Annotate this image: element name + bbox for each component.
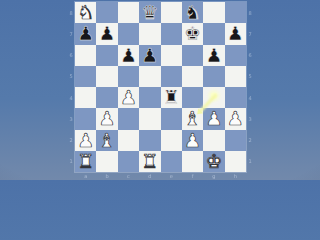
white-pawn-a2[interactable]: ♟	[77, 130, 94, 149]
file-label-f: f	[182, 172, 203, 180]
white-bishop-b2[interactable]: ♝	[99, 130, 116, 149]
black-pawn-d6[interactable]: ♟	[141, 45, 158, 64]
square-b8[interactable]	[96, 2, 117, 23]
rank-label-7: 7	[68, 23, 74, 44]
square-e6[interactable]	[161, 45, 182, 66]
square-c7[interactable]	[118, 23, 139, 44]
square-e2[interactable]	[161, 130, 182, 151]
square-f7[interactable]: ♚	[182, 23, 203, 44]
square-h6[interactable]	[225, 45, 246, 66]
rank-label-6: 6	[247, 45, 253, 66]
square-f5[interactable]	[182, 66, 203, 87]
rank-label-3: 3	[68, 108, 74, 129]
rank-label-3: 3	[247, 108, 253, 129]
square-f6[interactable]	[182, 45, 203, 66]
rank-label-8: 8	[247, 2, 253, 23]
rank-labels-left: 87654321	[68, 2, 74, 172]
rank-label-2: 2	[68, 130, 74, 151]
black-pawn-g6[interactable]: ♟	[205, 45, 222, 64]
white-pawn-c4[interactable]: ♟	[120, 88, 137, 107]
white-pawn-g3[interactable]: ♟	[205, 109, 222, 128]
white-bishop-f3[interactable]: ♝	[184, 109, 201, 128]
file-label-d: d	[139, 172, 160, 180]
black-queen-d8[interactable]: ♛	[141, 3, 158, 22]
square-h8[interactable]	[225, 2, 246, 23]
black-pawn-b7[interactable]: ♟	[99, 24, 116, 43]
rank-label-7: 7	[247, 23, 253, 44]
white-rook-d1[interactable]: ♜	[141, 151, 158, 170]
file-label-a: a	[75, 172, 96, 180]
thumbnail-stage: ♞♛♞♟♟♚♟♟♟♟♟♜♟♝♟♟♟♝♟♜♜♚ abcdefgh 87654321…	[0, 0, 320, 180]
square-c4[interactable]: ♟	[118, 87, 139, 108]
square-e1[interactable]	[161, 151, 182, 172]
white-pawn-b3[interactable]: ♟	[99, 109, 116, 128]
black-pawn-h7[interactable]: ♟	[227, 24, 244, 43]
black-pawn-a7[interactable]: ♟	[77, 24, 94, 43]
square-a6[interactable]	[75, 45, 96, 66]
square-f2[interactable]: ♟	[182, 130, 203, 151]
square-c8[interactable]	[118, 2, 139, 23]
square-a5[interactable]	[75, 66, 96, 87]
square-h1[interactable]	[225, 151, 246, 172]
square-g6[interactable]: ♟	[203, 45, 224, 66]
square-d8[interactable]: ♛	[139, 2, 160, 23]
rank-label-5: 5	[247, 66, 253, 87]
chess-board: ♞♛♞♟♟♚♟♟♟♟♟♜♟♝♟♟♟♝♟♜♜♚	[75, 2, 246, 172]
rank-label-6: 6	[68, 45, 74, 66]
rank-label-1: 1	[247, 151, 253, 172]
rank-labels-right: 87654321	[247, 2, 253, 172]
square-d6[interactable]: ♟	[139, 45, 160, 66]
square-d5[interactable]	[139, 66, 160, 87]
file-label-b: b	[96, 172, 117, 180]
square-b4[interactable]	[96, 87, 117, 108]
square-h3[interactable]: ♟	[225, 108, 246, 129]
rank-label-1: 1	[68, 151, 74, 172]
square-a2[interactable]: ♟	[75, 130, 96, 151]
white-pawn-f2[interactable]: ♟	[184, 130, 201, 149]
file-label-c: c	[118, 172, 139, 180]
square-b7[interactable]: ♟	[96, 23, 117, 44]
square-g1[interactable]: ♚	[203, 151, 224, 172]
rank-label-2: 2	[247, 130, 253, 151]
square-b3[interactable]: ♟	[96, 108, 117, 129]
square-f8[interactable]: ♞	[182, 2, 203, 23]
black-pawn-c6[interactable]: ♟	[120, 45, 137, 64]
square-b6[interactable]	[96, 45, 117, 66]
rank-label-8: 8	[68, 2, 74, 23]
square-d7[interactable]	[139, 23, 160, 44]
square-f4[interactable]	[182, 87, 203, 108]
square-e8[interactable]	[161, 2, 182, 23]
white-king-g1[interactable]: ♚	[205, 151, 222, 170]
square-a1[interactable]: ♜	[75, 151, 96, 172]
white-knight-a8[interactable]: ♞	[77, 3, 94, 22]
square-g7[interactable]	[203, 23, 224, 44]
square-e4[interactable]: ♜	[161, 87, 182, 108]
black-king-f7[interactable]: ♚	[184, 24, 201, 43]
square-e3[interactable]	[161, 108, 182, 129]
rank-label-4: 4	[68, 87, 74, 108]
black-rook-e4[interactable]: ♜	[163, 88, 180, 107]
rank-label-4: 4	[247, 87, 253, 108]
square-g5[interactable]	[203, 66, 224, 87]
square-g3[interactable]: ♟	[203, 108, 224, 129]
file-labels: abcdefgh	[75, 172, 246, 180]
square-b1[interactable]	[96, 151, 117, 172]
square-b5[interactable]	[96, 66, 117, 87]
square-h5[interactable]	[225, 66, 246, 87]
square-d1[interactable]: ♜	[139, 151, 160, 172]
file-label-e: e	[161, 172, 182, 180]
square-c6[interactable]: ♟	[118, 45, 139, 66]
rank-label-5: 5	[68, 66, 74, 87]
black-knight-f8[interactable]: ♞	[184, 3, 201, 22]
square-d4[interactable]	[139, 87, 160, 108]
square-c2[interactable]	[118, 130, 139, 151]
square-h4[interactable]	[225, 87, 246, 108]
white-pawn-h3[interactable]: ♟	[227, 109, 244, 128]
square-d3[interactable]	[139, 108, 160, 129]
square-b2[interactable]: ♝	[96, 130, 117, 151]
square-a7[interactable]: ♟	[75, 23, 96, 44]
square-e5[interactable]	[161, 66, 182, 87]
square-a3[interactable]	[75, 108, 96, 129]
square-c3[interactable]	[118, 108, 139, 129]
square-d2[interactable]	[139, 130, 160, 151]
square-g4[interactable]	[203, 87, 224, 108]
square-f3[interactable]: ♝	[182, 108, 203, 129]
file-label-g: g	[203, 172, 224, 180]
square-h7[interactable]: ♟	[225, 23, 246, 44]
square-g8[interactable]	[203, 2, 224, 23]
square-c5[interactable]	[118, 66, 139, 87]
square-h2[interactable]	[225, 130, 246, 151]
white-rook-a1[interactable]: ♜	[77, 151, 94, 170]
square-g2[interactable]	[203, 130, 224, 151]
file-label-h: h	[225, 172, 246, 180]
square-e7[interactable]	[161, 23, 182, 44]
square-f1[interactable]	[182, 151, 203, 172]
square-a8[interactable]: ♞	[75, 2, 96, 23]
square-a4[interactable]	[75, 87, 96, 108]
square-c1[interactable]	[118, 151, 139, 172]
